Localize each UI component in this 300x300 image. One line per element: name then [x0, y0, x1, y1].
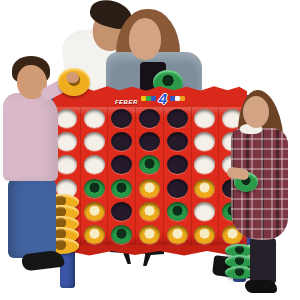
green-disc	[111, 179, 132, 198]
yellow-disc	[84, 225, 105, 244]
boy-hand	[66, 72, 79, 83]
empty-hole	[167, 179, 188, 198]
cell-r2-c5[interactable]	[164, 130, 192, 153]
empty-hole	[111, 109, 132, 128]
cell-r3-c3[interactable]	[108, 153, 136, 176]
cell-r6-c2[interactable]	[81, 223, 109, 246]
cell-r4-c2[interactable]	[81, 176, 109, 199]
woman-head	[129, 18, 161, 60]
empty-hole	[194, 109, 215, 128]
cell-r4-c3[interactable]	[108, 176, 136, 199]
banner-decor-square	[180, 96, 185, 101]
green-disc	[84, 179, 105, 198]
empty-hole	[56, 132, 77, 151]
board-grid	[53, 107, 247, 246]
yellow-disc	[139, 202, 160, 221]
cell-r2-c2[interactable]	[81, 130, 109, 153]
yellow-disc	[194, 225, 215, 244]
cell-r6-c4[interactable]	[136, 223, 164, 246]
banner-decor-square	[151, 96, 156, 101]
product-photo-scene: FEBER 4	[0, 0, 300, 300]
empty-hole	[139, 109, 160, 128]
green-disc	[111, 225, 132, 244]
yellow-disc	[194, 179, 215, 198]
cell-r4-c6[interactable]	[192, 176, 220, 199]
green-disc	[167, 202, 188, 221]
green-disc	[139, 155, 160, 174]
empty-hole	[167, 109, 188, 128]
empty-hole	[56, 109, 77, 128]
boy-jeans	[8, 178, 56, 258]
yellow-disc	[84, 202, 105, 221]
cell-r5-c4[interactable]	[136, 200, 164, 223]
cell-r5-c5[interactable]	[164, 200, 192, 223]
cell-r3-c5[interactable]	[164, 153, 192, 176]
cell-r1-c3[interactable]	[108, 107, 136, 130]
yellow-disc	[139, 179, 160, 198]
cell-r6-c6[interactable]	[192, 223, 220, 246]
girl-shoe	[245, 280, 277, 293]
empty-hole	[194, 202, 215, 221]
boy-shirt	[3, 93, 58, 181]
empty-hole	[111, 132, 132, 151]
cell-r5-c6[interactable]	[192, 200, 220, 223]
cell-r6-c3[interactable]	[108, 223, 136, 246]
cell-r3-c2[interactable]	[81, 153, 109, 176]
empty-hole	[194, 132, 215, 151]
cell-r1-c4[interactable]	[136, 107, 164, 130]
cell-r1-c2[interactable]	[81, 107, 109, 130]
empty-hole	[84, 155, 105, 174]
boy-shoe	[21, 250, 65, 272]
girl-legs	[250, 238, 276, 284]
cell-r2-c3[interactable]	[108, 130, 136, 153]
girl-head	[243, 96, 269, 128]
cell-r2-c4[interactable]	[136, 130, 164, 153]
banner-number-4: 4	[159, 93, 167, 105]
cell-r4-c5[interactable]	[164, 176, 192, 199]
yellow-disc	[139, 225, 160, 244]
cell-r3-c4[interactable]	[136, 153, 164, 176]
empty-hole	[111, 155, 132, 174]
empty-hole	[84, 109, 105, 128]
cell-r2-c6[interactable]	[192, 130, 220, 153]
cell-r3-c6[interactable]	[192, 153, 220, 176]
empty-hole	[56, 155, 77, 174]
empty-hole	[111, 202, 132, 221]
cell-r1-c5[interactable]	[164, 107, 192, 130]
cell-r6-c5[interactable]	[164, 223, 192, 246]
empty-hole	[167, 155, 188, 174]
empty-hole	[167, 132, 188, 151]
cell-r1-c6[interactable]	[192, 107, 220, 130]
brand-logo-text: FEBER	[115, 99, 138, 105]
cell-r4-c4[interactable]	[136, 176, 164, 199]
empty-hole	[84, 132, 105, 151]
cell-r5-c2[interactable]	[81, 200, 109, 223]
cell-r5-c3[interactable]	[108, 200, 136, 223]
empty-hole	[194, 155, 215, 174]
yellow-disc	[167, 225, 188, 244]
empty-hole	[139, 132, 160, 151]
